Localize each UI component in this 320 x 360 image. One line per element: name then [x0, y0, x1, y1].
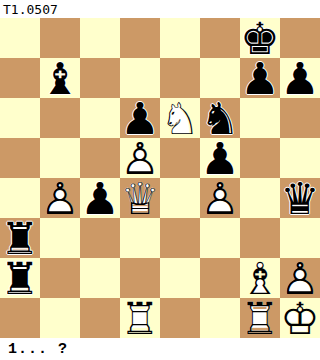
square-c1[interactable]	[80, 298, 120, 338]
square-g6[interactable]	[240, 98, 280, 138]
square-c6[interactable]	[80, 98, 120, 138]
black-pawn[interactable]: ♟	[200, 138, 240, 178]
square-c2[interactable]	[80, 258, 120, 298]
white-king[interactable]: ♚♔	[280, 298, 320, 338]
white-pawn[interactable]: ♟♙	[200, 178, 240, 218]
square-h6[interactable]	[280, 98, 320, 138]
square-g7[interactable]: ♟	[240, 58, 280, 98]
move-prompt: 1... ?	[0, 338, 320, 360]
square-c7[interactable]	[80, 58, 120, 98]
square-b8[interactable]	[40, 18, 80, 58]
square-e1[interactable]	[160, 298, 200, 338]
black-queen[interactable]: ♛	[280, 178, 320, 218]
square-d8[interactable]	[120, 18, 160, 58]
square-g4[interactable]	[240, 178, 280, 218]
square-f8[interactable]	[200, 18, 240, 58]
black-bishop[interactable]: ♝	[40, 58, 80, 98]
square-f1[interactable]	[200, 298, 240, 338]
white-rook[interactable]: ♜♖	[120, 298, 160, 338]
square-a8[interactable]	[0, 18, 40, 58]
puzzle-id: T1.0507	[0, 0, 320, 18]
square-f6[interactable]: ♞	[200, 98, 240, 138]
black-pawn[interactable]: ♟	[80, 178, 120, 218]
white-pawn[interactable]: ♟♙	[40, 178, 80, 218]
white-knight[interactable]: ♞♘	[160, 98, 200, 138]
square-f5[interactable]: ♟	[200, 138, 240, 178]
square-e2[interactable]	[160, 258, 200, 298]
square-f4[interactable]: ♟♙	[200, 178, 240, 218]
square-d2[interactable]	[120, 258, 160, 298]
square-a1[interactable]	[0, 298, 40, 338]
square-a5[interactable]	[0, 138, 40, 178]
square-a4[interactable]	[0, 178, 40, 218]
square-d6[interactable]: ♟	[120, 98, 160, 138]
square-e5[interactable]	[160, 138, 200, 178]
black-rook[interactable]: ♜	[0, 258, 40, 298]
square-b1[interactable]	[40, 298, 80, 338]
square-g8[interactable]: ♚	[240, 18, 280, 58]
square-g5[interactable]	[240, 138, 280, 178]
square-c4[interactable]: ♟	[80, 178, 120, 218]
square-h3[interactable]	[280, 218, 320, 258]
square-g1[interactable]: ♜♖	[240, 298, 280, 338]
square-h4[interactable]: ♛	[280, 178, 320, 218]
square-b3[interactable]	[40, 218, 80, 258]
square-a3[interactable]: ♜	[0, 218, 40, 258]
square-e3[interactable]	[160, 218, 200, 258]
square-h8[interactable]	[280, 18, 320, 58]
black-pawn[interactable]: ♟	[120, 98, 160, 138]
white-queen[interactable]: ♛♕	[120, 178, 160, 218]
square-f2[interactable]	[200, 258, 240, 298]
square-c3[interactable]	[80, 218, 120, 258]
square-d5[interactable]: ♟♙	[120, 138, 160, 178]
square-b7[interactable]: ♝	[40, 58, 80, 98]
black-pawn[interactable]: ♟	[280, 58, 320, 98]
square-h2[interactable]: ♟♙	[280, 258, 320, 298]
square-b4[interactable]: ♟♙	[40, 178, 80, 218]
square-b2[interactable]	[40, 258, 80, 298]
black-king[interactable]: ♚	[240, 18, 280, 58]
square-b5[interactable]	[40, 138, 80, 178]
square-d7[interactable]	[120, 58, 160, 98]
tactics-trainer-window: T1.0507 ♚♝♟♟♟♞♘♞♟♙♟♟♙♟♛♕♟♙♛♜♜♝♗♟♙♜♖♜♖♚♔ …	[0, 0, 320, 360]
black-rook[interactable]: ♜	[0, 218, 40, 258]
square-e7[interactable]	[160, 58, 200, 98]
square-f3[interactable]	[200, 218, 240, 258]
white-pawn[interactable]: ♟♙	[280, 258, 320, 298]
square-h5[interactable]	[280, 138, 320, 178]
square-c5[interactable]	[80, 138, 120, 178]
square-g2[interactable]: ♝♗	[240, 258, 280, 298]
square-e6[interactable]: ♞♘	[160, 98, 200, 138]
white-pawn[interactable]: ♟♙	[120, 138, 160, 178]
square-e4[interactable]	[160, 178, 200, 218]
white-rook[interactable]: ♜♖	[240, 298, 280, 338]
black-pawn[interactable]: ♟	[240, 58, 280, 98]
square-h7[interactable]: ♟	[280, 58, 320, 98]
square-d1[interactable]: ♜♖	[120, 298, 160, 338]
square-a6[interactable]	[0, 98, 40, 138]
square-h1[interactable]: ♚♔	[280, 298, 320, 338]
white-bishop[interactable]: ♝♗	[240, 258, 280, 298]
square-f7[interactable]	[200, 58, 240, 98]
square-g3[interactable]	[240, 218, 280, 258]
black-knight[interactable]: ♞	[200, 98, 240, 138]
square-d4[interactable]: ♛♕	[120, 178, 160, 218]
square-d3[interactable]	[120, 218, 160, 258]
chess-board: ♚♝♟♟♟♞♘♞♟♙♟♟♙♟♛♕♟♙♛♜♜♝♗♟♙♜♖♜♖♚♔	[0, 18, 320, 338]
square-a2[interactable]: ♜	[0, 258, 40, 298]
square-b6[interactable]	[40, 98, 80, 138]
square-e8[interactable]	[160, 18, 200, 58]
square-a7[interactable]	[0, 58, 40, 98]
square-c8[interactable]	[80, 18, 120, 58]
